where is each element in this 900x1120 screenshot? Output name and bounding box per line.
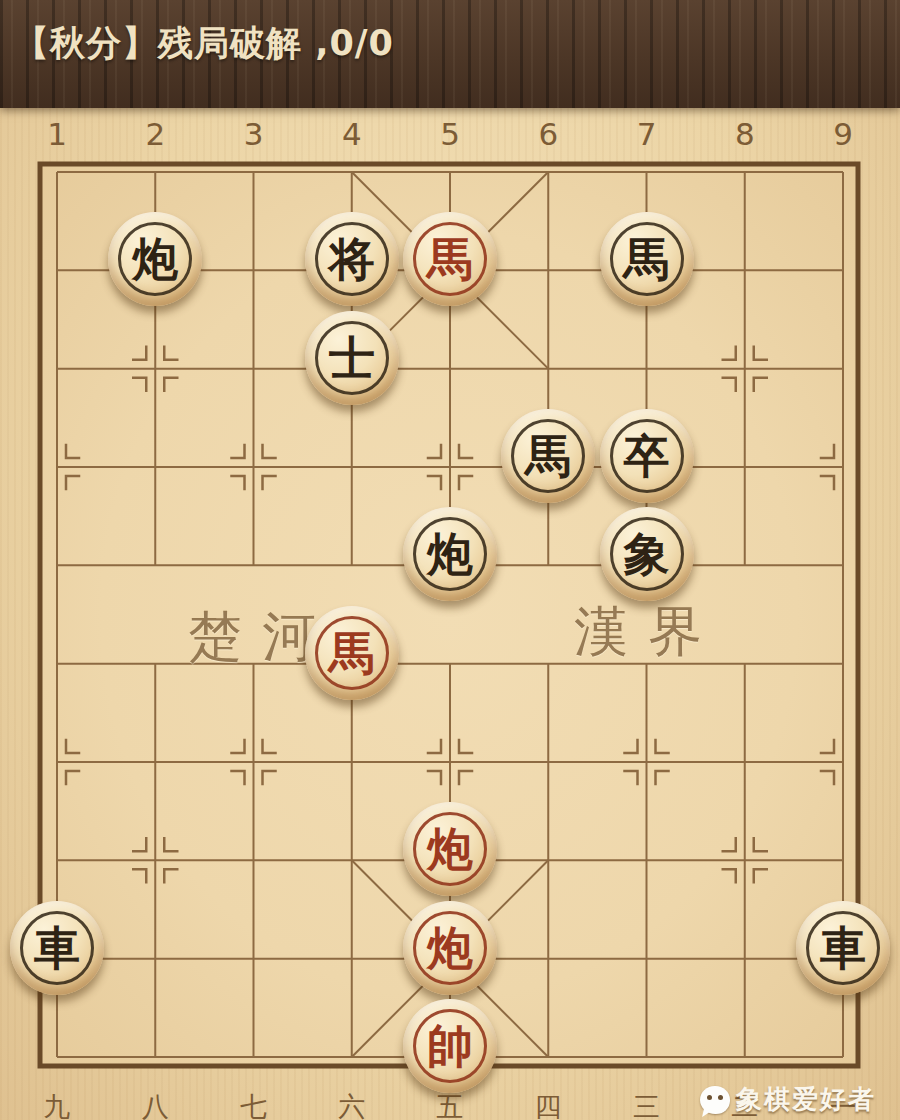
- piece-glyph: 炮: [427, 531, 473, 577]
- piece-glyph: 象: [624, 531, 670, 577]
- pieces-layer[interactable]: 炮将馬馬士馬卒炮象馬炮炮車車帥: [0, 0, 900, 1120]
- piece-glyph: 将: [329, 236, 375, 282]
- piece-glyph: 炮: [427, 925, 473, 971]
- black-piece-車[interactable]: 車: [796, 901, 890, 995]
- app-root: 【秋分】残局破解 ,0/0 123456789 九八七六五四三二一 楚河 漢界 …: [0, 0, 900, 1120]
- black-piece-象[interactable]: 象: [600, 507, 694, 601]
- black-piece-士[interactable]: 士: [305, 311, 399, 405]
- piece-glyph: 士: [329, 335, 375, 381]
- red-piece-炮[interactable]: 炮: [403, 901, 497, 995]
- piece-glyph: 帥: [427, 1023, 473, 1069]
- red-piece-炮[interactable]: 炮: [403, 802, 497, 896]
- red-piece-馬[interactable]: 馬: [403, 212, 497, 306]
- black-piece-卒[interactable]: 卒: [600, 409, 694, 503]
- black-piece-馬[interactable]: 馬: [600, 212, 694, 306]
- black-piece-馬[interactable]: 馬: [501, 409, 595, 503]
- black-piece-炮[interactable]: 炮: [108, 212, 202, 306]
- wechat-icon: [700, 1086, 730, 1114]
- black-piece-炮[interactable]: 炮: [403, 507, 497, 601]
- piece-glyph: 車: [34, 925, 80, 971]
- piece-glyph: 馬: [525, 433, 571, 479]
- piece-glyph: 炮: [132, 236, 178, 282]
- watermark-text: 象棋爱好者: [736, 1082, 876, 1117]
- black-piece-将[interactable]: 将: [305, 212, 399, 306]
- watermark: 象棋爱好者: [700, 1082, 876, 1117]
- red-piece-帥[interactable]: 帥: [403, 999, 497, 1093]
- piece-glyph: 馬: [427, 236, 473, 282]
- piece-glyph: 車: [820, 925, 866, 971]
- red-piece-馬[interactable]: 馬: [305, 606, 399, 700]
- black-piece-車[interactable]: 車: [10, 901, 104, 995]
- piece-glyph: 卒: [624, 433, 670, 479]
- piece-glyph: 馬: [624, 236, 670, 282]
- piece-glyph: 炮: [427, 826, 473, 872]
- piece-glyph: 馬: [329, 630, 375, 676]
